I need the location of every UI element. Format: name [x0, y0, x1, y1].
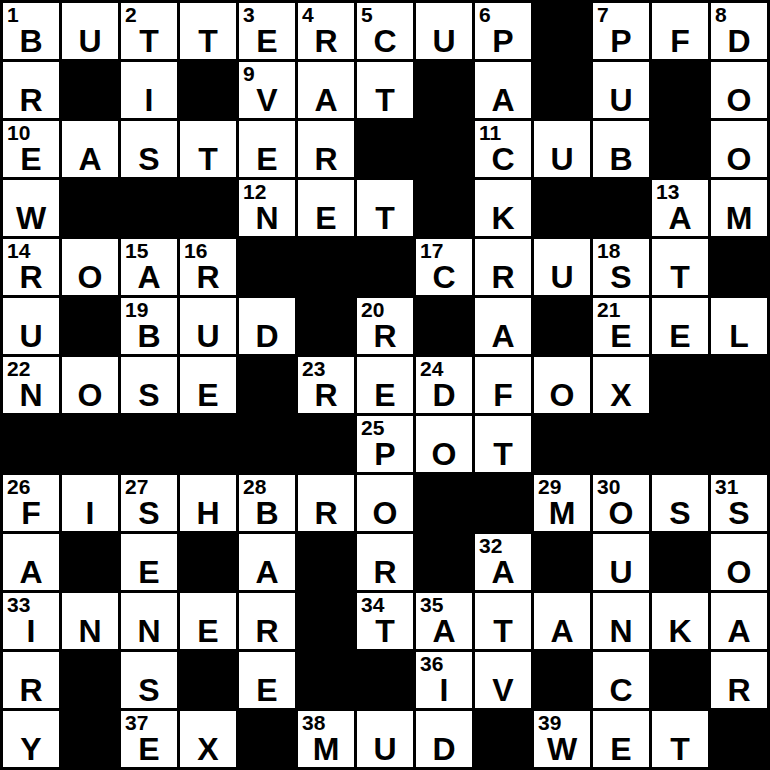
cell-r10c2 — [62, 534, 118, 590]
cell-r3c9[interactable]: 11C — [475, 121, 531, 177]
cell-r13c2 — [62, 711, 118, 767]
cell-letter: A — [239, 556, 295, 588]
cell-r7c2[interactable]: O — [62, 357, 118, 413]
cell-number: 1 — [7, 4, 19, 26]
cell-letter: U — [180, 320, 236, 352]
cell-r8c8[interactable]: O — [416, 416, 472, 472]
cell-r10c9[interactable]: 32A — [475, 534, 531, 590]
cell-letter: P — [593, 25, 649, 57]
cell-r1c1[interactable]: 1B — [3, 3, 59, 59]
cell-r7c13 — [711, 357, 767, 413]
cell-r7c7[interactable]: E — [357, 357, 413, 413]
cell-r11c2[interactable]: N — [62, 593, 118, 649]
cell-r12c2 — [62, 652, 118, 708]
cell-r4c8 — [416, 180, 472, 236]
cell-r4c6[interactable]: E — [298, 180, 354, 236]
cell-letter: A — [416, 615, 472, 647]
cell-r2c11[interactable]: U — [593, 62, 649, 118]
cell-r5c2[interactable]: O — [62, 239, 118, 295]
cell-letter: W — [3, 202, 59, 234]
cell-letter: D — [711, 25, 767, 57]
crossword-board: 1BU2TT3E4R5CU6P7PF8DRI9VATAUO10EASTER11C… — [0, 0, 770, 770]
cell-r13c8[interactable]: D — [416, 711, 472, 767]
cell-letter: E — [593, 320, 649, 352]
cell-r7c1[interactable]: 22N — [3, 357, 59, 413]
cell-letter: O — [416, 438, 472, 470]
cell-r4c12[interactable]: 13A — [652, 180, 708, 236]
cell-r2c3[interactable]: I — [121, 62, 177, 118]
cell-letter: O — [711, 143, 767, 175]
cell-r3c10[interactable]: U — [534, 121, 590, 177]
cell-r7c12 — [652, 357, 708, 413]
cell-letter: F — [652, 25, 708, 57]
cell-number: 4 — [302, 4, 314, 26]
cell-r9c9 — [475, 475, 531, 531]
cell-r8c9[interactable]: T — [475, 416, 531, 472]
cell-letter: P — [475, 25, 531, 57]
cell-r6c13[interactable]: L — [711, 298, 767, 354]
cell-r1c5[interactable]: 3E — [239, 3, 295, 59]
cell-r9c10[interactable]: 29M — [534, 475, 590, 531]
cell-r9c5[interactable]: 28B — [239, 475, 295, 531]
cell-r8c7[interactable]: 25P — [357, 416, 413, 472]
cell-letter: T — [357, 615, 413, 647]
cell-letter: T — [475, 438, 531, 470]
cell-letter: A — [298, 84, 354, 116]
cell-letter: U — [357, 733, 413, 765]
cell-r1c13[interactable]: 8D — [711, 3, 767, 59]
cell-letter: N — [239, 202, 295, 234]
cell-r10c10 — [534, 534, 590, 590]
cell-letter: S — [121, 497, 177, 529]
cell-r1c10 — [534, 3, 590, 59]
cell-letter: F — [475, 379, 531, 411]
cell-r12c4 — [180, 652, 236, 708]
cell-letter: C — [357, 25, 413, 57]
cell-letter: A — [475, 84, 531, 116]
cell-r9c12[interactable]: S — [652, 475, 708, 531]
cell-r3c6[interactable]: R — [298, 121, 354, 177]
cell-letter: R — [711, 674, 767, 706]
cell-r3c4[interactable]: T — [180, 121, 236, 177]
cell-r5c11[interactable]: 18S — [593, 239, 649, 295]
cell-letter: O — [357, 497, 413, 529]
cell-r6c11[interactable]: 21E — [593, 298, 649, 354]
cell-r1c2[interactable]: U — [62, 3, 118, 59]
cell-letter: R — [3, 84, 59, 116]
cell-r3c3[interactable]: S — [121, 121, 177, 177]
cell-letter: E — [239, 25, 295, 57]
cell-r13c12[interactable]: T — [652, 711, 708, 767]
cell-r11c4[interactable]: E — [180, 593, 236, 649]
cell-r10c11[interactable]: U — [593, 534, 649, 590]
cell-r11c12[interactable]: K — [652, 593, 708, 649]
cell-letter: I — [121, 84, 177, 116]
cell-letter: R — [3, 674, 59, 706]
cell-letter: A — [121, 261, 177, 293]
cell-letter: M — [711, 202, 767, 234]
cell-letter: R — [357, 556, 413, 588]
cell-number: 7 — [597, 4, 609, 26]
cell-r9c3[interactable]: 27S — [121, 475, 177, 531]
cell-letter: N — [593, 615, 649, 647]
cell-r5c1[interactable]: 14R — [3, 239, 59, 295]
cell-letter: A — [62, 143, 118, 175]
cell-r7c6[interactable]: 23R — [298, 357, 354, 413]
cell-letter: A — [475, 320, 531, 352]
cell-r12c12 — [652, 652, 708, 708]
cell-r1c7[interactable]: 5C — [357, 3, 413, 59]
cell-r2c8 — [416, 62, 472, 118]
cell-r12c10 — [534, 652, 590, 708]
cell-letter: M — [534, 497, 590, 529]
cell-r11c8[interactable]: 35A — [416, 593, 472, 649]
cell-letter: U — [534, 143, 590, 175]
cell-letter: R — [298, 143, 354, 175]
cell-r12c11[interactable]: C — [593, 652, 649, 708]
cell-letter: S — [121, 674, 177, 706]
cell-r3c5[interactable]: E — [239, 121, 295, 177]
cell-r1c3[interactable]: 2T — [121, 3, 177, 59]
cell-r9c2[interactable]: I — [62, 475, 118, 531]
cell-letter: E — [3, 143, 59, 175]
cell-letter: S — [711, 497, 767, 529]
cell-letter: O — [534, 379, 590, 411]
cell-r11c3[interactable]: N — [121, 593, 177, 649]
cell-r2c12 — [652, 62, 708, 118]
cell-r11c6 — [298, 593, 354, 649]
cell-letter: S — [121, 143, 177, 175]
cell-r10c6 — [298, 534, 354, 590]
cell-r5c7 — [357, 239, 413, 295]
cell-letter: E — [298, 202, 354, 234]
cell-r13c9 — [475, 711, 531, 767]
cell-r10c3[interactable]: E — [121, 534, 177, 590]
cell-r4c2 — [62, 180, 118, 236]
cell-r9c7[interactable]: O — [357, 475, 413, 531]
cell-letter: I — [62, 497, 118, 529]
cell-r6c3[interactable]: 19B — [121, 298, 177, 354]
cell-r11c1[interactable]: 33I — [3, 593, 59, 649]
cell-r3c2[interactable]: A — [62, 121, 118, 177]
cell-letter: O — [62, 261, 118, 293]
cell-r8c5 — [239, 416, 295, 472]
cell-letter: B — [593, 143, 649, 175]
cell-letter: X — [593, 379, 649, 411]
cell-r4c11 — [593, 180, 649, 236]
cell-letter: R — [298, 497, 354, 529]
cell-r6c8 — [416, 298, 472, 354]
cell-r8c12 — [652, 416, 708, 472]
cell-r4c3 — [121, 180, 177, 236]
cell-number: 9 — [243, 63, 255, 85]
cell-r9c11[interactable]: 30O — [593, 475, 649, 531]
cell-letter: A — [534, 615, 590, 647]
cell-letter: S — [652, 497, 708, 529]
cell-letter: O — [711, 84, 767, 116]
cell-r2c7[interactable]: T — [357, 62, 413, 118]
cell-r3c11[interactable]: B — [593, 121, 649, 177]
cell-r4c5[interactable]: 12N — [239, 180, 295, 236]
cell-r12c5[interactable]: E — [239, 652, 295, 708]
cell-r5c6 — [298, 239, 354, 295]
cell-number: 6 — [479, 4, 491, 26]
cell-r5c5 — [239, 239, 295, 295]
cell-r12c6 — [298, 652, 354, 708]
cell-letter: N — [3, 379, 59, 411]
cell-number: 8 — [715, 4, 727, 26]
cell-r13c4[interactable]: X — [180, 711, 236, 767]
cell-r2c9[interactable]: A — [475, 62, 531, 118]
cell-r2c4 — [180, 62, 236, 118]
cell-letter: Y — [3, 733, 59, 765]
cell-letter: N — [121, 615, 177, 647]
cell-letter: B — [239, 497, 295, 529]
cell-letter: E — [652, 320, 708, 352]
cell-letter: M — [298, 733, 354, 765]
cell-r8c2 — [62, 416, 118, 472]
cell-r11c9[interactable]: T — [475, 593, 531, 649]
cell-r13c1[interactable]: Y — [3, 711, 59, 767]
cell-r3c7 — [357, 121, 413, 177]
cell-r9c13[interactable]: 31S — [711, 475, 767, 531]
cell-r3c13[interactable]: O — [711, 121, 767, 177]
cell-letter: E — [180, 379, 236, 411]
cell-letter: S — [593, 261, 649, 293]
cell-letter: T — [357, 84, 413, 116]
cell-r8c3 — [121, 416, 177, 472]
cell-r8c13 — [711, 416, 767, 472]
cell-r10c4 — [180, 534, 236, 590]
cell-letter: O — [711, 556, 767, 588]
cell-letter: B — [3, 25, 59, 57]
cell-r2c2 — [62, 62, 118, 118]
cell-letter: T — [121, 25, 177, 57]
cell-r6c5[interactable]: D — [239, 298, 295, 354]
cell-r10c1[interactable]: A — [3, 534, 59, 590]
cell-letter: A — [711, 615, 767, 647]
cell-r1c4[interactable]: T — [180, 3, 236, 59]
cell-r12c9[interactable]: V — [475, 652, 531, 708]
cell-letter: R — [298, 25, 354, 57]
cell-letter: H — [180, 497, 236, 529]
cell-letter: E — [121, 733, 177, 765]
cell-r11c11[interactable]: N — [593, 593, 649, 649]
cell-r3c12 — [652, 121, 708, 177]
cell-r1c6[interactable]: 4R — [298, 3, 354, 59]
cell-r1c9[interactable]: 6P — [475, 3, 531, 59]
cell-r9c6[interactable]: R — [298, 475, 354, 531]
cell-letter: U — [416, 25, 472, 57]
cell-letter: A — [652, 202, 708, 234]
cell-r10c12 — [652, 534, 708, 590]
cell-letter: T — [652, 261, 708, 293]
cell-letter: S — [121, 379, 177, 411]
cell-r13c3[interactable]: 37E — [121, 711, 177, 767]
cell-r6c4[interactable]: U — [180, 298, 236, 354]
cell-r5c9[interactable]: R — [475, 239, 531, 295]
cell-r6c1[interactable]: U — [3, 298, 59, 354]
cell-r1c8[interactable]: U — [416, 3, 472, 59]
cell-letter: R — [475, 261, 531, 293]
cell-r5c10[interactable]: U — [534, 239, 590, 295]
cell-r4c1[interactable]: W — [3, 180, 59, 236]
cell-r7c11[interactable]: X — [593, 357, 649, 413]
cell-r5c4[interactable]: 16R — [180, 239, 236, 295]
cell-letter: U — [62, 25, 118, 57]
cell-letter: X — [180, 733, 236, 765]
cell-letter: T — [475, 615, 531, 647]
cell-r2c1[interactable]: R — [3, 62, 59, 118]
cell-letter: E — [121, 556, 177, 588]
cell-r7c8[interactable]: 24D — [416, 357, 472, 413]
cell-r7c9[interactable]: F — [475, 357, 531, 413]
cell-r11c7[interactable]: 34T — [357, 593, 413, 649]
cell-r6c2 — [62, 298, 118, 354]
cell-letter: N — [62, 615, 118, 647]
cell-r1c12[interactable]: F — [652, 3, 708, 59]
cell-letter: E — [357, 379, 413, 411]
cell-number: 2 — [125, 4, 137, 26]
cell-number: 3 — [243, 4, 255, 26]
cell-letter: R — [357, 320, 413, 352]
cell-letter: E — [180, 615, 236, 647]
cell-letter: C — [416, 261, 472, 293]
cell-r13c7[interactable]: U — [357, 711, 413, 767]
cell-r8c6 — [298, 416, 354, 472]
cell-letter: V — [239, 84, 295, 116]
cell-r6c12[interactable]: E — [652, 298, 708, 354]
cell-letter: U — [3, 320, 59, 352]
cell-letter: E — [593, 733, 649, 765]
cell-letter: L — [711, 320, 767, 352]
cell-r6c9[interactable]: A — [475, 298, 531, 354]
cell-letter: A — [475, 556, 531, 588]
cell-letter: U — [593, 84, 649, 116]
cell-letter: C — [593, 674, 649, 706]
cell-r8c11 — [593, 416, 649, 472]
cell-r10c7[interactable]: R — [357, 534, 413, 590]
cell-r10c8 — [416, 534, 472, 590]
cell-letter: T — [652, 733, 708, 765]
cell-letter: O — [62, 379, 118, 411]
cell-r12c7 — [357, 652, 413, 708]
cell-r12c13[interactable]: R — [711, 652, 767, 708]
cell-r12c1[interactable]: R — [3, 652, 59, 708]
cell-number: 5 — [361, 4, 373, 26]
cell-r5c12[interactable]: T — [652, 239, 708, 295]
cell-r2c5[interactable]: 9V — [239, 62, 295, 118]
cell-r5c3[interactable]: 15A — [121, 239, 177, 295]
cell-r13c5 — [239, 711, 295, 767]
cell-letter: U — [534, 261, 590, 293]
cell-letter: I — [3, 615, 59, 647]
cell-letter: T — [180, 25, 236, 57]
cell-r9c8 — [416, 475, 472, 531]
cell-r4c7[interactable]: T — [357, 180, 413, 236]
cell-letter: R — [239, 615, 295, 647]
cell-letter: W — [534, 733, 590, 765]
cell-letter: D — [416, 379, 472, 411]
cell-letter: O — [593, 497, 649, 529]
cell-letter: I — [416, 674, 472, 706]
cell-r7c3[interactable]: S — [121, 357, 177, 413]
cell-r2c6[interactable]: A — [298, 62, 354, 118]
cell-r4c10 — [534, 180, 590, 236]
cell-letter: E — [239, 143, 295, 175]
cell-r13c10[interactable]: 39W — [534, 711, 590, 767]
cell-r2c10 — [534, 62, 590, 118]
cell-letter: F — [3, 497, 59, 529]
cell-r5c13 — [711, 239, 767, 295]
cell-r12c8[interactable]: 36I — [416, 652, 472, 708]
cell-r13c13 — [711, 711, 767, 767]
cell-r4c13[interactable]: M — [711, 180, 767, 236]
cell-r6c6 — [298, 298, 354, 354]
cell-letter: P — [357, 438, 413, 470]
cell-letter: R — [180, 261, 236, 293]
cell-letter: U — [593, 556, 649, 588]
cell-letter: K — [475, 202, 531, 234]
cell-letter: T — [357, 202, 413, 234]
cell-letter: R — [298, 379, 354, 411]
cell-r6c7[interactable]: 20R — [357, 298, 413, 354]
cell-letter: V — [475, 674, 531, 706]
cell-letter: K — [652, 615, 708, 647]
cell-r2c13[interactable]: O — [711, 62, 767, 118]
cell-r13c6[interactable]: 38M — [298, 711, 354, 767]
cell-r1c11[interactable]: 7P — [593, 3, 649, 59]
cell-r11c13[interactable]: A — [711, 593, 767, 649]
cell-r11c5[interactable]: R — [239, 593, 295, 649]
cell-r6c10 — [534, 298, 590, 354]
cell-r7c5 — [239, 357, 295, 413]
cell-letter: C — [475, 143, 531, 175]
cell-r11c10[interactable]: A — [534, 593, 590, 649]
cell-letter: D — [239, 320, 295, 352]
cell-r12c3[interactable]: S — [121, 652, 177, 708]
cell-r7c4[interactable]: E — [180, 357, 236, 413]
cell-r4c9[interactable]: K — [475, 180, 531, 236]
cell-r8c4 — [180, 416, 236, 472]
cell-r8c1 — [3, 416, 59, 472]
cell-letter: T — [180, 143, 236, 175]
cell-letter: D — [416, 733, 472, 765]
cell-r7c10[interactable]: O — [534, 357, 590, 413]
cell-r3c1[interactable]: 10E — [3, 121, 59, 177]
cell-r8c10 — [534, 416, 590, 472]
cell-r9c1[interactable]: 26F — [3, 475, 59, 531]
cell-r5c8[interactable]: 17C — [416, 239, 472, 295]
cell-r13c11[interactable]: E — [593, 711, 649, 767]
cell-r4c4 — [180, 180, 236, 236]
cell-r10c13[interactable]: O — [711, 534, 767, 590]
cell-letter: E — [239, 674, 295, 706]
cell-r9c4[interactable]: H — [180, 475, 236, 531]
cell-letter: B — [121, 320, 177, 352]
cell-r3c8 — [416, 121, 472, 177]
cell-letter: R — [3, 261, 59, 293]
cell-letter: A — [3, 556, 59, 588]
cell-r10c5[interactable]: A — [239, 534, 295, 590]
